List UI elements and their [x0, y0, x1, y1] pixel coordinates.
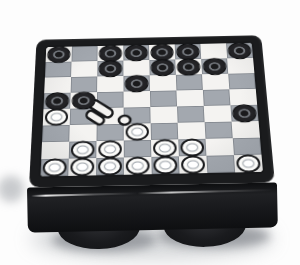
black-checker [150, 44, 174, 61]
lego-plate-side [27, 182, 278, 232]
white-checker [45, 108, 69, 126]
black-checker [203, 58, 227, 75]
white-checker [98, 140, 122, 158]
black-checker [45, 92, 69, 110]
white-checker [98, 157, 122, 176]
white-checker [153, 156, 177, 175]
white-checker [126, 156, 150, 175]
black-checker [125, 44, 148, 61]
white-checker [42, 158, 66, 177]
lego-piece [0, 0, 300, 265]
black-checker [177, 58, 201, 75]
black-checker [232, 104, 257, 122]
white-checker [180, 138, 204, 156]
white-checker [71, 141, 95, 159]
white-checker [126, 123, 149, 141]
white-checker [236, 154, 261, 173]
black-checker [125, 75, 149, 92]
black-checker [72, 91, 96, 109]
black-checker [151, 59, 175, 76]
white-checker [153, 139, 177, 157]
black-checker [99, 60, 122, 77]
photo-background [0, 0, 300, 265]
lego-tile-top [29, 35, 275, 187]
black-checker [47, 46, 71, 63]
plate-groove-highlight [31, 189, 273, 197]
white-checker [70, 158, 94, 177]
checkers-board [38, 41, 265, 178]
white-checker [181, 155, 206, 174]
pieces-layer [40, 43, 263, 177]
black-checker [227, 42, 251, 59]
